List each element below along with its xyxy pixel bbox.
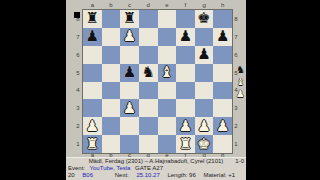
rank-labels-left: 87654321	[75, 10, 81, 153]
chessboard-panel: abcdefgh abcdefgh 87654321 87654321 ♜♜♚♟…	[66, 0, 246, 180]
file-label: e	[158, 2, 177, 9]
rank-label: 6	[233, 46, 239, 64]
material-text: Material: +1	[203, 172, 235, 178]
square-h5[interactable]	[213, 64, 232, 82]
square-e6[interactable]	[158, 46, 177, 64]
square-e2[interactable]	[158, 117, 177, 135]
square-d1[interactable]	[139, 135, 158, 153]
square-d3[interactable]	[139, 99, 158, 117]
black-rook[interactable]: ♜	[86, 11, 99, 26]
file-label: h	[213, 2, 232, 9]
square-a1[interactable]: ♜	[83, 135, 102, 153]
white-bishop[interactable]: ♝	[160, 65, 173, 80]
black-pawn[interactable]: ♟	[216, 29, 229, 44]
square-h6[interactable]	[213, 46, 232, 64]
square-d8[interactable]	[139, 10, 158, 28]
file-label: a	[83, 2, 102, 9]
square-f5[interactable]	[176, 64, 195, 82]
white-rook[interactable]: ♜	[86, 137, 99, 152]
square-a4[interactable]	[83, 82, 102, 100]
event-line: Event: YouTube, Tesla GATE A27	[66, 165, 246, 172]
event-label: Event:	[68, 165, 85, 171]
white-pawn[interactable]: ♟	[197, 119, 210, 134]
white-pawn[interactable]: ♟	[216, 119, 229, 134]
square-b6[interactable]	[102, 46, 121, 64]
square-c5[interactable]: ♟	[120, 64, 139, 82]
rank-label: 1	[75, 135, 81, 153]
square-b2[interactable]	[102, 117, 121, 135]
material-white-pawn-icon: ♟	[235, 88, 246, 100]
square-f1[interactable]: ♜	[176, 135, 195, 153]
square-e5[interactable]: ♝	[158, 64, 177, 82]
square-h2[interactable]: ♟	[213, 117, 232, 135]
rank-label: 4	[75, 82, 81, 100]
square-a3[interactable]	[83, 99, 102, 117]
file-label: g	[195, 2, 214, 9]
square-h3[interactable]	[213, 99, 232, 117]
square-h7[interactable]: ♟	[213, 28, 232, 46]
square-h1[interactable]	[213, 135, 232, 153]
square-f2[interactable]: ♟	[176, 117, 195, 135]
square-g6[interactable]: ♟	[195, 46, 214, 64]
white-king[interactable]: ♚	[197, 137, 210, 152]
black-king[interactable]: ♚	[197, 11, 210, 26]
rank-label: 6	[75, 46, 81, 64]
rank-label: 2	[75, 117, 81, 135]
next-label: Next:	[115, 172, 129, 178]
square-h8[interactable]	[213, 10, 232, 28]
square-c3[interactable]: ♟	[120, 99, 139, 117]
black-knight[interactable]: ♞	[141, 65, 154, 80]
side-to-move-indicator	[74, 12, 80, 18]
file-label: c	[120, 2, 139, 9]
square-b1[interactable]	[102, 135, 121, 153]
square-e8[interactable]	[158, 10, 177, 28]
material-balance-tray: ♞♝♟	[235, 64, 246, 100]
square-g7[interactable]	[195, 28, 214, 46]
square-f8[interactable]	[176, 10, 195, 28]
event-extra: GATE A27	[135, 165, 163, 171]
rank-label: 1	[233, 135, 239, 153]
file-label: f	[176, 2, 195, 9]
black-pawn[interactable]: ♟	[179, 29, 192, 44]
square-a6[interactable]	[83, 46, 102, 64]
square-e7[interactable]	[158, 28, 177, 46]
rank-label: 3	[233, 99, 239, 117]
game-length: Length: 96	[167, 172, 195, 178]
square-f6[interactable]	[176, 46, 195, 64]
board: ♜♜♚♟♟♟♟♟♟♞♝♟♟♟♟♟♜♜♚	[83, 10, 232, 153]
square-f4[interactable]	[176, 82, 195, 100]
square-b7[interactable]	[102, 28, 121, 46]
square-d6[interactable]	[139, 46, 158, 64]
black-pawn[interactable]: ♟	[197, 47, 210, 62]
rank-label: 3	[75, 99, 81, 117]
square-g2[interactable]: ♟	[195, 117, 214, 135]
black-pawn[interactable]: ♟	[86, 29, 99, 44]
square-e4[interactable]	[158, 82, 177, 100]
square-a8[interactable]: ♜	[83, 10, 102, 28]
square-f3[interactable]	[176, 99, 195, 117]
square-h4[interactable]	[213, 82, 232, 100]
player-names: Mädl, Ferdag (2301) – A.Hajnabadofi, Cyr…	[89, 158, 224, 164]
square-d2[interactable]	[139, 117, 158, 135]
rank-label: 7	[75, 28, 81, 46]
square-c8[interactable]: ♜	[120, 10, 139, 28]
round-number: 20	[68, 172, 75, 178]
white-pawn[interactable]: ♟	[123, 101, 136, 116]
square-e3[interactable]	[158, 99, 177, 117]
square-a2[interactable]: ♟	[83, 117, 102, 135]
square-b3[interactable]	[102, 99, 121, 117]
file-label: b	[102, 2, 121, 9]
square-c6[interactable]	[120, 46, 139, 64]
square-c7[interactable]: ♟	[120, 28, 139, 46]
white-rook[interactable]: ♜	[179, 137, 192, 152]
square-g3[interactable]	[195, 99, 214, 117]
white-pawn[interactable]: ♟	[86, 119, 99, 134]
black-pawn[interactable]: ♟	[123, 65, 136, 80]
black-rook[interactable]: ♜	[123, 11, 136, 26]
rank-label: 2	[233, 117, 239, 135]
game-info-footer: Mädl, Ferdag (2301) – A.Hajnabadofi, Cyr…	[66, 157, 246, 180]
square-b8[interactable]	[102, 10, 121, 28]
square-f7[interactable]: ♟	[176, 28, 195, 46]
white-pawn[interactable]: ♟	[179, 119, 192, 134]
file-labels-top: abcdefgh	[83, 2, 232, 9]
next-date: 25.10.27	[136, 172, 159, 178]
square-b4[interactable]	[102, 82, 121, 100]
game-result: 1-0	[235, 158, 244, 165]
square-c2[interactable]	[120, 117, 139, 135]
material-white-bishop-icon: ♝	[235, 76, 246, 88]
video-frame: abcdefgh abcdefgh 87654321 87654321 ♜♜♚♟…	[0, 0, 320, 180]
square-e1[interactable]	[158, 135, 177, 153]
square-g1[interactable]: ♚	[195, 135, 214, 153]
square-c4[interactable]	[120, 82, 139, 100]
rank-label: 7	[233, 28, 239, 46]
square-a5[interactable]	[83, 64, 102, 82]
rank-label: 8	[233, 10, 239, 28]
square-g8[interactable]: ♚	[195, 10, 214, 28]
file-label: d	[139, 2, 158, 9]
square-d4[interactable]	[139, 82, 158, 100]
event-value: YouTube, Tesla	[90, 165, 131, 171]
eco-code: B06	[82, 172, 93, 178]
square-c1[interactable]	[120, 135, 139, 153]
details-line: 20 B06 Next: 25.10.27 Length: 96 Materia…	[66, 172, 246, 179]
rank-label: 5	[75, 64, 81, 82]
players-line: Mädl, Ferdag (2301) – A.Hajnabadofi, Cyr…	[66, 158, 246, 165]
square-a7[interactable]: ♟	[83, 28, 102, 46]
white-pawn[interactable]: ♟	[123, 29, 136, 44]
square-g4[interactable]	[195, 82, 214, 100]
square-d7[interactable]	[139, 28, 158, 46]
material-black-knight-icon: ♞	[235, 64, 246, 76]
square-b5[interactable]	[102, 64, 121, 82]
square-g5[interactable]	[195, 64, 214, 82]
square-d5[interactable]: ♞	[139, 64, 158, 82]
